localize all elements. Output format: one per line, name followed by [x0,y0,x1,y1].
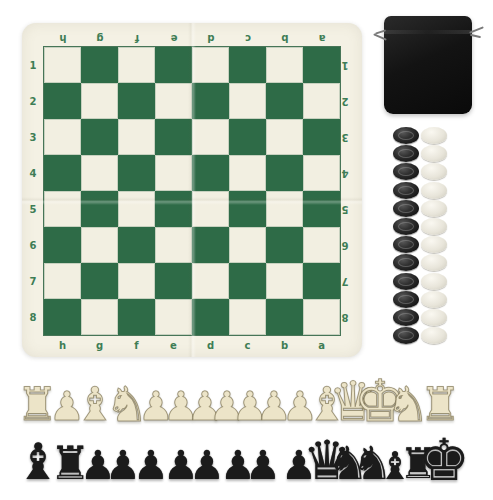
checker-disc-black [393,327,419,344]
rank-label-right-6: 6 [342,240,349,251]
checker-disc-black [393,273,419,290]
square-b1 [266,47,303,83]
file-label-bottom-h: h [59,340,66,351]
rank-label-right-3: 3 [342,132,349,143]
square-c3 [229,119,266,155]
square-b3 [266,119,303,155]
rank-label-left-6: 6 [30,240,37,251]
square-f3 [118,119,155,155]
square-a3 [303,119,340,155]
square-c2 [229,83,266,119]
square-d7 [192,263,229,299]
checker-disc-black [393,236,419,253]
square-e3 [155,119,192,155]
pouch-cinch [384,30,472,34]
file-label-bottom-g: g [96,340,103,351]
rank-label-right-4: 4 [342,168,349,179]
checker-disc-white [421,145,447,162]
square-e8 [155,299,192,335]
storage-pouch [384,16,472,114]
file-label-top-b: b [281,33,288,44]
checker-disc-white [421,273,447,290]
square-d4 [192,155,229,191]
square-e5 [155,191,192,227]
square-g4 [81,155,118,191]
square-e4 [155,155,192,191]
checker-disc-black [393,127,419,144]
checker-disc-white [421,163,447,180]
rank-label-right-2: 2 [342,96,349,107]
square-g6 [81,227,118,263]
square-c6 [229,227,266,263]
checker-disc-white [421,200,447,217]
square-f4 [118,155,155,191]
disc-highlight [398,295,414,304]
square-g7 [81,263,118,299]
square-f1 [118,47,155,83]
square-h2 [44,83,81,119]
white-rook: ♜ [419,381,460,427]
checker-disc-black [393,254,419,271]
square-h6 [44,227,81,263]
disc-highlight [398,331,414,340]
rollup-chess-mat: hh11gg22ff33ee44dd55cc66bb77aa88 [22,23,362,357]
square-h5 [44,191,81,227]
square-c8 [229,299,266,335]
square-g2 [81,83,118,119]
disc-highlight [398,167,414,176]
checker-disc-black [393,163,419,180]
checker-disc-white [421,327,447,344]
square-a2 [303,83,340,119]
checker-disc-white [421,182,447,199]
square-h8 [44,299,81,335]
disc-highlight [398,131,414,140]
file-label-bottom-a: a [318,340,325,351]
square-e2 [155,83,192,119]
square-h1 [44,47,81,83]
checker-disc-black [393,291,419,308]
square-c7 [229,263,266,299]
file-label-bottom-f: f [134,340,138,351]
pouch-drawstring [469,26,484,33]
rank-label-right-7: 7 [342,276,349,287]
square-b6 [266,227,303,263]
square-a1 [303,47,340,83]
checker-disc-white [421,291,447,308]
square-f7 [118,263,155,299]
square-a5 [303,191,340,227]
rank-label-right-1: 1 [342,60,349,71]
rank-label-left-7: 7 [30,276,37,287]
file-label-bottom-c: c [245,340,251,351]
file-label-bottom-b: b [281,340,288,351]
square-d1 [192,47,229,83]
file-label-bottom-d: d [207,340,214,351]
square-g8 [81,299,118,335]
file-label-top-g: g [96,33,103,44]
file-label-top-f: f [134,33,138,44]
checker-disc-white [421,127,447,144]
rank-label-left-1: 1 [30,60,37,71]
square-b2 [266,83,303,119]
file-label-top-a: a [318,33,325,44]
square-b5 [266,191,303,227]
file-label-top-h: h [59,33,66,44]
square-b4 [266,155,303,191]
chess-board [44,47,340,335]
square-c4 [229,155,266,191]
black-pawn: ♟ [245,445,281,485]
square-g1 [81,47,118,83]
checker-disc-white [421,309,447,326]
rank-label-left-8: 8 [30,312,37,323]
square-f8 [118,299,155,335]
rank-label-left-5: 5 [30,204,37,215]
file-label-top-e: e [170,33,177,44]
square-f6 [118,227,155,263]
square-g5 [81,191,118,227]
rank-label-left-4: 4 [30,168,37,179]
square-h4 [44,155,81,191]
checker-disc-white [421,254,447,271]
rank-label-left-3: 3 [30,132,37,143]
square-a4 [303,155,340,191]
rank-label-right-8: 8 [342,312,349,323]
disc-highlight [398,258,414,267]
square-c5 [229,191,266,227]
square-d8 [192,299,229,335]
checker-disc-white [421,218,447,235]
disc-highlight [398,186,414,195]
square-a6 [303,227,340,263]
square-e6 [155,227,192,263]
checker-disc-black [393,309,419,326]
square-e7 [155,263,192,299]
pouch-drawstring [470,34,481,39]
black-king: ♚ [418,431,470,489]
square-d3 [192,119,229,155]
rank-label-left-2: 2 [30,96,37,107]
file-label-top-c: c [245,33,251,44]
checker-disc-black [393,218,419,235]
square-e1 [155,47,192,83]
square-f2 [118,83,155,119]
checker-disc-black [393,145,419,162]
square-b8 [266,299,303,335]
square-a8 [303,299,340,335]
disc-highlight [398,313,414,322]
square-h7 [44,263,81,299]
disc-highlight [398,277,414,286]
disc-highlight [398,149,414,158]
disc-highlight [398,222,414,231]
checker-disc-black [393,200,419,217]
chess-set-photo: hh11gg22ff33ee44dd55cc66bb77aa88 ♜♟♝♞♟♟♟… [0,0,493,500]
rank-label-right-5: 5 [342,204,349,215]
disc-highlight [398,240,414,249]
square-h3 [44,119,81,155]
square-f5 [118,191,155,227]
square-c1 [229,47,266,83]
checker-disc-black [393,182,419,199]
square-b7 [266,263,303,299]
file-label-bottom-e: e [170,340,177,351]
square-d2 [192,83,229,119]
file-label-top-d: d [207,33,214,44]
square-d5 [192,191,229,227]
checker-disc-white [421,236,447,253]
square-a7 [303,263,340,299]
disc-highlight [398,204,414,213]
square-d6 [192,227,229,263]
square-g3 [81,119,118,155]
